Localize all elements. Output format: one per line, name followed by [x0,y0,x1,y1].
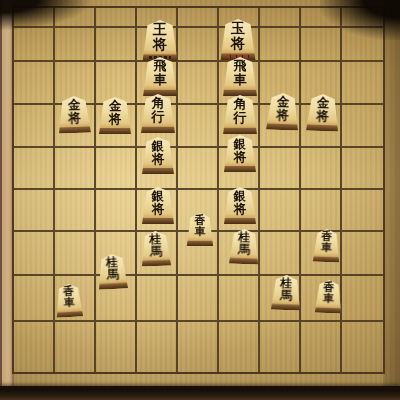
piece-face: 角行 [152,94,165,123]
board-cell[interactable] [14,28,55,62]
shogi-scene: 王将玉将飛車飛車金将金将角行角行金将金将銀将銀将銀将銀将桂馬香車桂馬香車香車桂馬… [0,0,400,400]
board-cell[interactable] [178,8,219,28]
board-cell[interactable] [137,276,178,322]
piece-face: 金将 [316,94,329,122]
piece-kanji: 王 [153,22,167,37]
piece-face: 桂馬 [237,229,250,256]
board-cell[interactable] [342,190,383,232]
board-cell[interactable] [14,322,55,372]
piece-face: 銀将 [152,137,165,165]
board-cell[interactable] [260,322,301,372]
board-cell[interactable] [178,105,219,148]
piece-face: 桂馬 [279,275,292,302]
piece-face: 香車 [63,284,75,309]
piece-kanji: 将 [231,36,245,51]
board-cell[interactable] [14,62,55,105]
piece-kanji: 将 [276,108,289,121]
piece-kanji: 玉 [231,21,245,36]
board-cell[interactable] [219,322,260,372]
shogi-board: 王将玉将飛車飛車金将金将角行角行金将金将銀将銀将銀将銀将桂馬香車桂馬香車香車桂馬… [0,0,400,400]
piece-face: 金将 [276,93,289,121]
piece-kanji: 行 [152,110,165,124]
maker-signature [227,55,249,58]
board-cell[interactable] [96,148,137,190]
piece-kanji: 車 [63,297,75,309]
board-cell[interactable] [260,8,301,28]
board-cell[interactable] [219,276,260,322]
board-cell[interactable] [14,276,55,322]
board-cell[interactable] [96,190,137,232]
piece-face: 銀将 [234,135,247,163]
piece-face: 銀将 [234,187,247,215]
board-cell[interactable] [178,322,219,372]
piece-face: 角行 [234,95,247,124]
board-cell[interactable] [55,190,96,232]
piece-kanji: 将 [68,111,81,124]
piece-kanji: 飛 [234,59,247,73]
board-cell[interactable] [342,148,383,190]
piece-kanji: 将 [152,152,165,165]
piece-kanji: 車 [321,242,332,254]
board-cell[interactable] [342,232,383,276]
board-cell[interactable] [55,28,96,62]
board-cell[interactable] [14,190,55,232]
board-cell[interactable] [260,28,301,62]
board-cell[interactable] [301,322,342,372]
board-cell[interactable] [14,232,55,276]
board-cell[interactable] [96,8,137,28]
piece-face: 玉将 [231,19,245,50]
board-cell[interactable] [260,148,301,190]
piece-kanji: 将 [316,109,329,122]
piece-kanji: 馬 [279,289,291,302]
board-cell[interactable] [260,190,301,232]
piece-kanji: 将 [234,150,247,163]
piece-face: 桂馬 [105,254,118,282]
piece-kanji: 馬 [149,245,161,258]
board-cell[interactable] [342,322,383,372]
piece-face: 飛車 [154,57,167,86]
piece-kanji: 車 [323,293,334,305]
board-right-margin [383,0,400,400]
piece-face: 香車 [195,213,206,238]
piece-kanji: 車 [234,73,247,87]
piece-face: 王将 [153,20,167,51]
piece-kanji: 馬 [237,243,249,256]
piece-kanji: 角 [152,96,165,110]
piece-kanji: 将 [234,202,247,215]
board-cell[interactable] [55,232,96,276]
piece-kanji: 将 [109,112,122,125]
piece-face: 金将 [67,96,80,124]
board-cell[interactable] [96,28,137,62]
board-cell[interactable] [301,190,342,232]
piece-kanji: 将 [152,202,165,215]
board-cell[interactable] [14,105,55,148]
board-cell[interactable] [301,148,342,190]
piece-face: 香車 [323,280,335,305]
piece-kanji: 車 [154,73,167,87]
board-cell[interactable] [14,148,55,190]
background-corner-left [0,0,90,30]
piece-face: 金将 [109,97,122,125]
board-cell[interactable] [342,105,383,148]
board-cell[interactable] [260,232,301,276]
piece-face: 桂馬 [149,231,162,258]
board-cell[interactable] [96,322,137,372]
board-cell[interactable] [178,62,219,105]
background-corner-right [320,0,400,40]
board-cell[interactable] [178,276,219,322]
board-cell[interactable] [178,148,219,190]
piece-kanji: 行 [234,111,247,125]
piece-kanji: 将 [153,37,167,52]
board-cell[interactable] [55,148,96,190]
piece-kanji: 角 [234,97,247,111]
piece-face: 飛車 [234,57,247,86]
board-front-edge [0,386,400,400]
board-cell[interactable] [178,28,219,62]
piece-face: 香車 [321,229,333,254]
board-grid [12,6,385,374]
board-cell[interactable] [342,62,383,105]
piece-kanji: 馬 [106,268,119,281]
board-cell[interactable] [137,322,178,372]
piece-face: 銀将 [152,187,165,215]
piece-kanji: 飛 [154,59,167,73]
board-cell[interactable] [55,322,96,372]
piece-kanji: 車 [195,226,206,237]
board-cell[interactable] [342,276,383,322]
